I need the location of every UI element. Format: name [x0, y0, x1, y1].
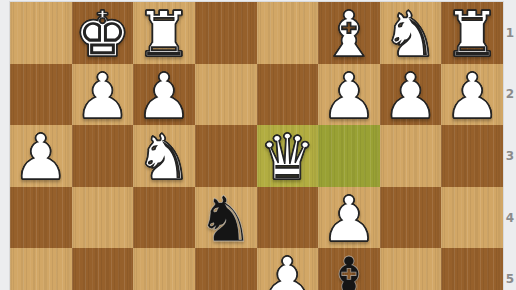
white-pawn-piece[interactable]: ♟ [72, 66, 134, 128]
square-g1[interactable]: ♚ [72, 2, 134, 64]
square-a3[interactable] [441, 125, 503, 187]
white-rook-piece[interactable]: ♜ [133, 4, 195, 66]
rank-label-2: 2 [504, 87, 516, 101]
white-pawn-piece[interactable]: ♟ [10, 127, 72, 189]
white-pawn-piece[interactable]: ♟ [441, 66, 503, 128]
chess-app-screen: ♚♜♝♞♜♟♟♟♟♟♟♞♛♞♟♟♝ 12345 [0, 0, 516, 290]
square-f2[interactable]: ♟ [133, 64, 195, 126]
square-c3[interactable] [318, 125, 380, 187]
square-e2[interactable] [195, 64, 257, 126]
white-pawn-piece[interactable]: ♟ [318, 66, 380, 128]
rank-label-1: 1 [504, 26, 516, 40]
rank-label-4: 4 [504, 211, 516, 225]
square-b3[interactable] [380, 125, 442, 187]
square-f3[interactable]: ♞ [133, 125, 195, 187]
square-b5[interactable] [380, 248, 442, 290]
square-h4[interactable] [10, 187, 72, 249]
square-f5[interactable] [133, 248, 195, 290]
square-a5[interactable] [441, 248, 503, 290]
square-g4[interactable] [72, 187, 134, 249]
square-h1[interactable] [10, 2, 72, 64]
white-bishop-piece[interactable]: ♝ [318, 4, 380, 66]
square-h3[interactable]: ♟ [10, 125, 72, 187]
white-knight-piece[interactable]: ♞ [380, 4, 442, 66]
white-pawn-piece[interactable]: ♟ [318, 189, 380, 251]
square-h5[interactable] [10, 248, 72, 290]
white-queen-piece[interactable]: ♛ [257, 127, 319, 189]
square-c5[interactable]: ♝ [318, 248, 380, 290]
white-pawn-piece[interactable]: ♟ [380, 66, 442, 128]
square-e3[interactable] [195, 125, 257, 187]
white-knight-piece[interactable]: ♞ [133, 127, 195, 189]
square-g3[interactable] [72, 125, 134, 187]
square-d2[interactable] [257, 64, 319, 126]
square-b2[interactable]: ♟ [380, 64, 442, 126]
white-pawn-piece[interactable]: ♟ [133, 66, 195, 128]
chess-board[interactable]: ♚♜♝♞♜♟♟♟♟♟♟♞♛♞♟♟♝ [10, 2, 503, 290]
square-e1[interactable] [195, 2, 257, 64]
square-b4[interactable] [380, 187, 442, 249]
square-f4[interactable] [133, 187, 195, 249]
black-bishop-piece[interactable]: ♝ [318, 250, 380, 290]
rank-label-3: 3 [504, 149, 516, 163]
square-e4[interactable]: ♞ [195, 187, 257, 249]
square-b1[interactable]: ♞ [380, 2, 442, 64]
square-d1[interactable] [257, 2, 319, 64]
square-d3[interactable]: ♛ [257, 125, 319, 187]
square-a2[interactable]: ♟ [441, 64, 503, 126]
white-pawn-piece[interactable]: ♟ [257, 250, 319, 290]
square-g5[interactable] [72, 248, 134, 290]
square-c4[interactable]: ♟ [318, 187, 380, 249]
white-rook-piece[interactable]: ♜ [441, 4, 503, 66]
square-f1[interactable]: ♜ [133, 2, 195, 64]
square-g2[interactable]: ♟ [72, 64, 134, 126]
square-d4[interactable] [257, 187, 319, 249]
square-h2[interactable] [10, 64, 72, 126]
square-c2[interactable]: ♟ [318, 64, 380, 126]
square-c1[interactable]: ♝ [318, 2, 380, 64]
square-a1[interactable]: ♜ [441, 2, 503, 64]
square-a4[interactable] [441, 187, 503, 249]
black-knight-piece[interactable]: ♞ [195, 189, 257, 251]
square-d5[interactable]: ♟ [257, 248, 319, 290]
rank-label-5: 5 [504, 272, 516, 286]
white-king-piece[interactable]: ♚ [72, 4, 134, 66]
